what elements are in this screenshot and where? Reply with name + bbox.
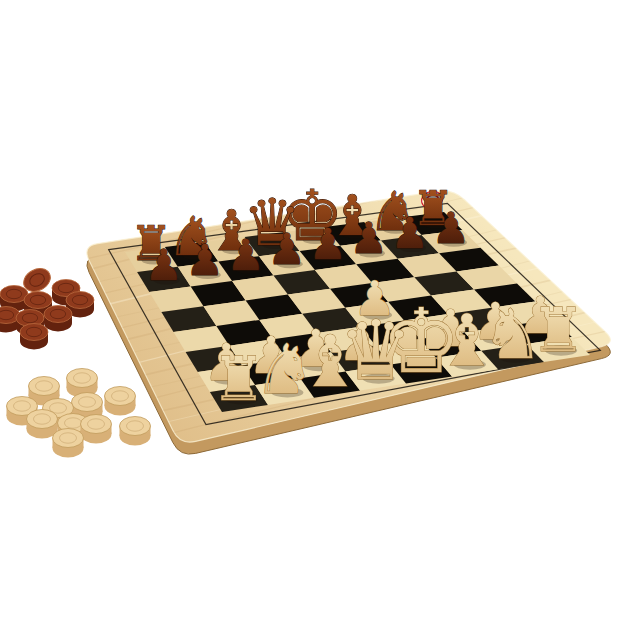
piece-black-pawn-c7[interactable]: ♟: [226, 230, 264, 280]
chess-board-scene: ♜♞♝♚♟♛♟♝♟♞♟♜♟♟♟♟♟♟♟♟♜♞♟♝♟♚♟♛♟♝♞♜: [0, 0, 620, 620]
piece-black-pawn-a7[interactable]: ♟: [144, 240, 182, 290]
checker-light-11[interactable]: [53, 429, 84, 458]
piece-white-rook-a1[interactable]: ♜: [212, 344, 266, 414]
pawn-glyph: ♟: [350, 213, 388, 263]
pawn-glyph: ♟: [391, 208, 429, 258]
checker-light-9[interactable]: [81, 415, 112, 444]
pawn-glyph: ♟: [432, 203, 470, 253]
piece-black-pawn-h7[interactable]: ♟: [432, 203, 470, 253]
pawn-glyph: ♟: [226, 230, 264, 280]
checker-light-7[interactable]: [27, 410, 58, 439]
checker-dark-9[interactable]: [20, 324, 48, 350]
piece-black-pawn-e7[interactable]: ♟: [309, 219, 347, 269]
checker-light-10[interactable]: [120, 417, 151, 446]
piece-black-pawn-d7[interactable]: ♟: [268, 224, 306, 274]
checker-light-3[interactable]: [105, 387, 136, 416]
pawn-glyph: ♟: [309, 219, 347, 269]
piece-black-pawn-g7[interactable]: ♟: [391, 208, 429, 258]
chess-set-product-photo: ♜♞♝♚♟♛♟♝♟♞♟♜♟♟♟♟♟♟♟♟♜♞♟♝♟♚♟♛♟♝♞♜: [0, 0, 620, 620]
piece-black-pawn-b7[interactable]: ♟: [185, 235, 223, 285]
pawn-glyph: ♟: [268, 224, 306, 274]
pawn-glyph: ♟: [144, 240, 182, 290]
piece-black-pawn-f7[interactable]: ♟: [350, 213, 388, 263]
pawn-glyph: ♟: [185, 235, 223, 285]
checker-dark-7[interactable]: [44, 306, 72, 332]
rook-glyph: ♜: [212, 344, 266, 414]
